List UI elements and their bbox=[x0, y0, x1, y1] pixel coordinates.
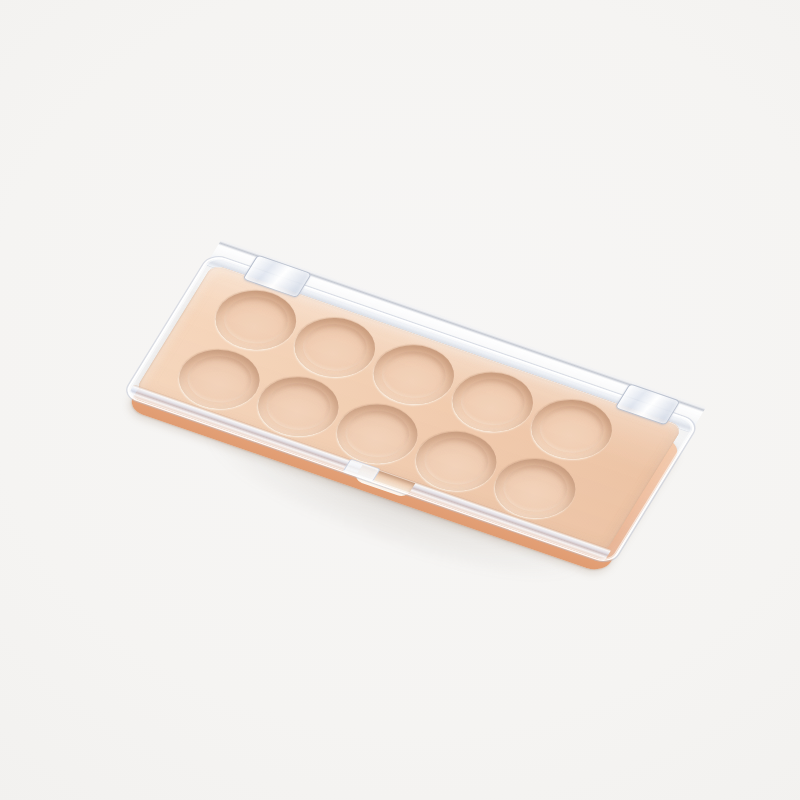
photo-backdrop bbox=[0, 0, 800, 800]
